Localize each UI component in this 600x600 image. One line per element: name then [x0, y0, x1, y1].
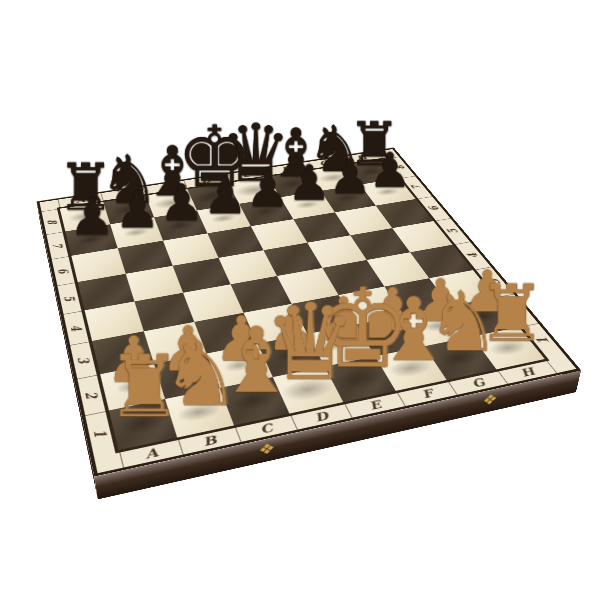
rank-label-right-8-text: 8 [393, 165, 408, 170]
white-rook-icon: ♜ [71, 344, 217, 429]
rank-label-left-8-text: 8 [44, 219, 59, 225]
rank-label-right-7-text: 7 [409, 184, 424, 190]
brass-clasp-icon: ❖ [258, 437, 275, 462]
rank-label-left-6-text: 6 [55, 267, 71, 274]
chessboard: ABCDEFGH ABCDEFGH 87654321 87654321 ♜♞♝♚… [37, 148, 582, 477]
file-label-back-h-text: H [355, 154, 369, 161]
file-label-back-f-text: F [280, 165, 291, 172]
product-photo-scene: ABCDEFGH ABCDEFGH 87654321 87654321 ♜♞♝♚… [0, 0, 600, 600]
rank-label-right-6-text: 6 [426, 205, 442, 211]
rank-label-right-5-text: 5 [445, 228, 461, 235]
rank-label-left-7-text: 7 [50, 242, 66, 249]
file-label-back-c-text: C [159, 183, 171, 191]
file-label-back-g-text: G [317, 160, 330, 167]
file-label-back-d-text: D [200, 177, 213, 185]
file-label-back-a-text: A [75, 196, 86, 204]
brass-clasp-icon: ❖ [481, 388, 499, 412]
file-label-back-e-text: E [240, 171, 252, 178]
file-label-back-b-text: B [117, 190, 129, 198]
